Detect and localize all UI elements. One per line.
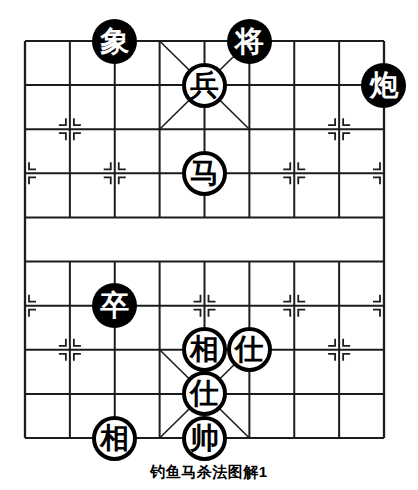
piece-red-advisor[interactable]: 仕 (227, 327, 272, 372)
piece-black-cannon[interactable]: 炮 (361, 63, 406, 108)
piece-red-elephant[interactable]: 相 (182, 327, 227, 372)
piece-grid: 象将兵炮马卒相仕仕相帅 (3, 19, 407, 460)
piece-black-general[interactable]: 将 (227, 19, 272, 64)
piece-red-soldier[interactable]: 兵 (182, 63, 227, 108)
piece-red-advisor[interactable]: 仕 (182, 371, 227, 416)
piece-red-general[interactable]: 帅 (182, 416, 227, 461)
piece-red-elephant[interactable]: 相 (92, 416, 137, 461)
caption: 钓鱼马杀法图解1 (0, 463, 418, 482)
piece-black-elephant[interactable]: 象 (92, 19, 137, 64)
piece-black-soldier[interactable]: 卒 (92, 283, 137, 328)
piece-red-horse[interactable]: 马 (182, 151, 227, 196)
xiangqi-diagram: 象将兵炮马卒相仕仕相帅 钓鱼马杀法图解1 (0, 0, 418, 490)
